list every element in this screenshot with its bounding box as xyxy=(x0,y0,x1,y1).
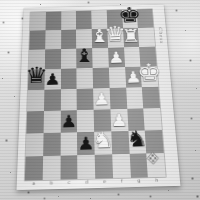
piece-white-pawn: ♟ xyxy=(93,91,110,107)
file-label: d xyxy=(85,179,88,185)
piece-white-knight: ♞ xyxy=(92,130,114,151)
square-b3 xyxy=(43,111,60,134)
square-h4 xyxy=(142,87,160,109)
square-a4 xyxy=(27,90,44,112)
file-label: f xyxy=(121,178,123,184)
square-e1 xyxy=(95,154,113,178)
mat-speckles xyxy=(24,8,25,9)
square-d5 xyxy=(77,68,93,89)
file-label: b xyxy=(50,180,53,186)
square-b2 xyxy=(43,133,60,156)
square-a1 xyxy=(25,156,43,180)
square-a7 xyxy=(29,30,45,50)
square-a3 xyxy=(26,111,43,134)
square-d6: ♝ xyxy=(76,48,92,68)
piece-black-knight: ♞ xyxy=(126,129,149,150)
square-g4 xyxy=(126,87,144,109)
square-a5: ♛ xyxy=(28,69,45,90)
square-b7 xyxy=(45,30,61,50)
square-e5 xyxy=(93,68,110,89)
piece-white-king: ♚ xyxy=(136,61,162,84)
file-label: g xyxy=(137,177,141,183)
piece-black-pawn: ♟ xyxy=(44,72,61,87)
square-c5 xyxy=(60,68,76,89)
chessboard: ♚♝♛♜♝♟♛♟♟♚♟♟♟♟♞♞ abcdefgh Chess xyxy=(11,0,181,190)
square-f1 xyxy=(112,154,131,178)
square-c2 xyxy=(60,132,77,155)
file-label: h xyxy=(155,177,159,183)
square-e2: ♞ xyxy=(94,131,112,154)
square-g7: ♜ xyxy=(123,28,140,47)
square-c4 xyxy=(60,89,77,111)
square-g2: ♞ xyxy=(128,130,146,153)
square-d1 xyxy=(77,155,95,179)
square-b4 xyxy=(44,89,61,111)
square-b1 xyxy=(42,156,60,180)
square-c3: ♟ xyxy=(60,110,77,133)
piece-white-rook: ♜ xyxy=(121,28,141,45)
square-a8 xyxy=(30,12,46,31)
square-a2 xyxy=(26,133,44,156)
square-f6: ♟ xyxy=(108,47,125,67)
vinyl-board-mat: ♚♝♛♜♝♟♛♟♟♚♟♟♟♟♞♞ abcdefgh Chess xyxy=(16,5,180,191)
board-grid: ♚♝♛♜♝♟♛♟♟♚♟♟♟♟♞♞ xyxy=(25,9,166,180)
diamond-logo-icon xyxy=(146,151,160,165)
file-label: a xyxy=(32,180,35,186)
square-f5 xyxy=(109,67,126,88)
file-label: c xyxy=(68,179,71,185)
piece-white-pawn: ♟ xyxy=(108,50,125,65)
board-perspective-plane: ♚♝♛♜♝♟♛♟♟♚♟♟♟♟♞♞ abcdefgh Chess xyxy=(16,5,180,191)
square-b8 xyxy=(45,11,61,30)
background-speckles xyxy=(0,0,1,1)
square-b5: ♟ xyxy=(44,69,60,90)
piece-black-pawn: ♟ xyxy=(60,114,77,131)
square-h5: ♚ xyxy=(141,66,159,87)
square-f4 xyxy=(109,88,126,110)
file-label: e xyxy=(103,178,106,184)
piece-black-bishop: ♝ xyxy=(74,47,94,66)
square-g1 xyxy=(129,153,148,177)
square-d4 xyxy=(77,88,94,110)
square-e4: ♟ xyxy=(93,88,110,110)
square-c8 xyxy=(61,11,76,30)
photo-of-chessboard: ♚♝♛♜♝♟♛♟♟♚♟♟♟♟♞♞ abcdefgh Chess xyxy=(0,0,200,200)
square-c1 xyxy=(60,155,78,179)
